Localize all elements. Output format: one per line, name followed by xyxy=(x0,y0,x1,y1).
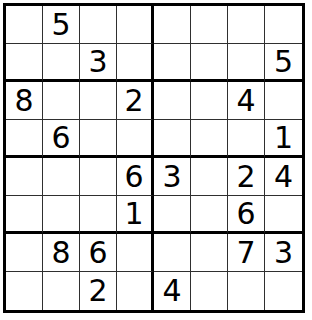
empty-cell-r8c8[interactable] xyxy=(265,272,302,310)
given-cell-r5c5: 3 xyxy=(154,158,191,196)
given-cell-r3c4: 2 xyxy=(117,82,154,120)
empty-cell-r7c4[interactable] xyxy=(117,234,154,272)
empty-cell-r6c2[interactable] xyxy=(43,196,80,234)
given-cell-r4c2: 6 xyxy=(43,120,80,158)
empty-cell-r3c3[interactable] xyxy=(80,82,117,120)
empty-cell-r1c7[interactable] xyxy=(228,6,265,44)
given-cell-r5c4: 6 xyxy=(117,158,154,196)
empty-cell-r3c5[interactable] xyxy=(154,82,191,120)
empty-cell-r6c5[interactable] xyxy=(154,196,191,234)
given-cell-r5c8: 4 xyxy=(265,158,302,196)
given-cell-r7c8: 3 xyxy=(265,234,302,272)
given-cell-r4c8: 1 xyxy=(265,120,302,158)
empty-cell-r1c1[interactable] xyxy=(6,6,43,44)
given-cell-r8c5: 4 xyxy=(154,272,191,310)
given-cell-r6c4: 1 xyxy=(117,196,154,234)
given-cell-r2c8: 5 xyxy=(265,44,302,82)
empty-cell-r8c7[interactable] xyxy=(228,272,265,310)
empty-cell-r3c2[interactable] xyxy=(43,82,80,120)
empty-cell-r2c2[interactable] xyxy=(43,44,80,82)
empty-cell-r1c4[interactable] xyxy=(117,6,154,44)
given-cell-r5c7: 2 xyxy=(228,158,265,196)
empty-cell-r4c3[interactable] xyxy=(80,120,117,158)
given-cell-r2c3: 3 xyxy=(80,44,117,82)
empty-cell-r8c2[interactable] xyxy=(43,272,80,310)
given-cell-r7c3: 6 xyxy=(80,234,117,272)
given-cell-r7c7: 7 xyxy=(228,234,265,272)
empty-cell-r4c7[interactable] xyxy=(228,120,265,158)
empty-cell-r1c5[interactable] xyxy=(154,6,191,44)
empty-cell-r7c6[interactable] xyxy=(191,234,228,272)
empty-cell-r6c8[interactable] xyxy=(265,196,302,234)
empty-cell-r4c5[interactable] xyxy=(154,120,191,158)
empty-cell-r7c5[interactable] xyxy=(154,234,191,272)
empty-cell-r8c1[interactable] xyxy=(6,272,43,310)
empty-cell-r6c3[interactable] xyxy=(80,196,117,234)
empty-cell-r1c8[interactable] xyxy=(265,6,302,44)
empty-cell-r2c5[interactable] xyxy=(154,44,191,82)
empty-cell-r8c6[interactable] xyxy=(191,272,228,310)
empty-cell-r4c4[interactable] xyxy=(117,120,154,158)
given-cell-r1c2: 5 xyxy=(43,6,80,44)
empty-cell-r5c2[interactable] xyxy=(43,158,80,196)
empty-cell-r2c1[interactable] xyxy=(6,44,43,82)
empty-cell-r8c4[interactable] xyxy=(117,272,154,310)
given-cell-r3c7: 4 xyxy=(228,82,265,120)
given-cell-r8c3: 2 xyxy=(80,272,117,310)
empty-cell-r3c8[interactable] xyxy=(265,82,302,120)
empty-cell-r5c6[interactable] xyxy=(191,158,228,196)
given-cell-r7c2: 8 xyxy=(43,234,80,272)
empty-cell-r5c3[interactable] xyxy=(80,158,117,196)
empty-cell-r4c1[interactable] xyxy=(6,120,43,158)
empty-cell-r1c6[interactable] xyxy=(191,6,228,44)
empty-cell-r6c1[interactable] xyxy=(6,196,43,234)
empty-cell-r3c6[interactable] xyxy=(191,82,228,120)
empty-cell-r2c6[interactable] xyxy=(191,44,228,82)
empty-cell-r5c1[interactable] xyxy=(6,158,43,196)
empty-cell-r7c1[interactable] xyxy=(6,234,43,272)
empty-cell-r2c4[interactable] xyxy=(117,44,154,82)
given-cell-r3c1: 8 xyxy=(6,82,43,120)
empty-cell-r2c7[interactable] xyxy=(228,44,265,82)
empty-cell-r4c6[interactable] xyxy=(191,120,228,158)
empty-cell-r1c3[interactable] xyxy=(80,6,117,44)
given-cell-r6c7: 6 xyxy=(228,196,265,234)
sudoku-board: 53582461632416867324 xyxy=(3,3,305,313)
empty-cell-r6c6[interactable] xyxy=(191,196,228,234)
